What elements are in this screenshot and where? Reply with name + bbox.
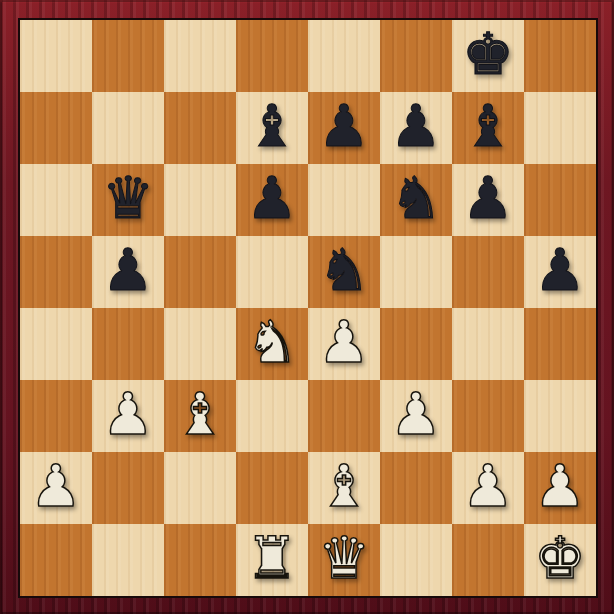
square-a3[interactable] — [20, 380, 92, 452]
square-f1[interactable] — [380, 524, 452, 596]
square-c2[interactable] — [164, 452, 236, 524]
square-e6[interactable] — [308, 164, 380, 236]
square-f8[interactable] — [380, 20, 452, 92]
square-e7[interactable]: ♟ — [308, 92, 380, 164]
square-a2[interactable]: ♟ — [20, 452, 92, 524]
square-g1[interactable] — [452, 524, 524, 596]
white-pawn[interactable]: ♟ — [318, 313, 370, 371]
black-knight[interactable]: ♞ — [390, 169, 442, 227]
square-f3[interactable]: ♟ — [380, 380, 452, 452]
square-h8[interactable] — [524, 20, 596, 92]
square-c6[interactable] — [164, 164, 236, 236]
square-d8[interactable] — [236, 20, 308, 92]
square-h3[interactable] — [524, 380, 596, 452]
square-f4[interactable] — [380, 308, 452, 380]
square-e1[interactable]: ♛ — [308, 524, 380, 596]
square-h6[interactable] — [524, 164, 596, 236]
square-b8[interactable] — [92, 20, 164, 92]
square-f7[interactable]: ♟ — [380, 92, 452, 164]
white-bishop[interactable]: ♝ — [318, 457, 370, 515]
square-h5[interactable]: ♟ — [524, 236, 596, 308]
square-c4[interactable] — [164, 308, 236, 380]
square-g6[interactable]: ♟ — [452, 164, 524, 236]
white-knight[interactable]: ♞ — [246, 313, 298, 371]
black-pawn[interactable]: ♟ — [246, 169, 298, 227]
square-g8[interactable]: ♚ — [452, 20, 524, 92]
square-b5[interactable]: ♟ — [92, 236, 164, 308]
square-a8[interactable] — [20, 20, 92, 92]
square-e2[interactable]: ♝ — [308, 452, 380, 524]
white-queen[interactable]: ♛ — [318, 529, 370, 587]
square-h4[interactable] — [524, 308, 596, 380]
square-h2[interactable]: ♟ — [524, 452, 596, 524]
square-f2[interactable] — [380, 452, 452, 524]
square-c7[interactable] — [164, 92, 236, 164]
square-b4[interactable] — [92, 308, 164, 380]
square-d2[interactable] — [236, 452, 308, 524]
black-king[interactable]: ♚ — [462, 25, 514, 83]
white-pawn[interactable]: ♟ — [102, 385, 154, 443]
square-b6[interactable]: ♛ — [92, 164, 164, 236]
square-c1[interactable] — [164, 524, 236, 596]
black-pawn[interactable]: ♟ — [102, 241, 154, 299]
square-c8[interactable] — [164, 20, 236, 92]
square-f5[interactable] — [380, 236, 452, 308]
square-d1[interactable]: ♜ — [236, 524, 308, 596]
square-g3[interactable] — [452, 380, 524, 452]
white-king[interactable]: ♚ — [534, 529, 586, 587]
square-g7[interactable]: ♝ — [452, 92, 524, 164]
square-c5[interactable] — [164, 236, 236, 308]
black-knight[interactable]: ♞ — [318, 241, 370, 299]
white-bishop[interactable]: ♝ — [174, 385, 226, 443]
square-a6[interactable] — [20, 164, 92, 236]
black-bishop[interactable]: ♝ — [246, 97, 298, 155]
square-b3[interactable]: ♟ — [92, 380, 164, 452]
white-rook[interactable]: ♜ — [246, 529, 298, 587]
square-e5[interactable]: ♞ — [308, 236, 380, 308]
square-d7[interactable]: ♝ — [236, 92, 308, 164]
square-g2[interactable]: ♟ — [452, 452, 524, 524]
square-h1[interactable]: ♚ — [524, 524, 596, 596]
square-h7[interactable] — [524, 92, 596, 164]
square-a1[interactable] — [20, 524, 92, 596]
square-d5[interactable] — [236, 236, 308, 308]
square-b2[interactable] — [92, 452, 164, 524]
square-e4[interactable]: ♟ — [308, 308, 380, 380]
square-a7[interactable] — [20, 92, 92, 164]
square-a5[interactable] — [20, 236, 92, 308]
black-bishop[interactable]: ♝ — [462, 97, 514, 155]
square-b1[interactable] — [92, 524, 164, 596]
square-c3[interactable]: ♝ — [164, 380, 236, 452]
square-g5[interactable] — [452, 236, 524, 308]
square-d4[interactable]: ♞ — [236, 308, 308, 380]
white-pawn[interactable]: ♟ — [30, 457, 82, 515]
black-pawn[interactable]: ♟ — [534, 241, 586, 299]
white-pawn[interactable]: ♟ — [534, 457, 586, 515]
square-a4[interactable] — [20, 308, 92, 380]
black-pawn[interactable]: ♟ — [318, 97, 370, 155]
black-pawn[interactable]: ♟ — [462, 169, 514, 227]
white-pawn[interactable]: ♟ — [462, 457, 514, 515]
chess-board: ♚♝♟♟♝♛♟♞♟♟♞♟♞♟♟♝♟♟♝♟♟♜♛♚ — [20, 20, 596, 596]
square-d3[interactable] — [236, 380, 308, 452]
black-pawn[interactable]: ♟ — [390, 97, 442, 155]
square-e8[interactable] — [308, 20, 380, 92]
black-queen[interactable]: ♛ — [102, 169, 154, 227]
board-frame: ♚♝♟♟♝♛♟♞♟♟♞♟♞♟♟♝♟♟♝♟♟♜♛♚ — [0, 0, 614, 614]
square-f6[interactable]: ♞ — [380, 164, 452, 236]
square-g4[interactable] — [452, 308, 524, 380]
square-b7[interactable] — [92, 92, 164, 164]
square-d6[interactable]: ♟ — [236, 164, 308, 236]
square-e3[interactable] — [308, 380, 380, 452]
white-pawn[interactable]: ♟ — [390, 385, 442, 443]
